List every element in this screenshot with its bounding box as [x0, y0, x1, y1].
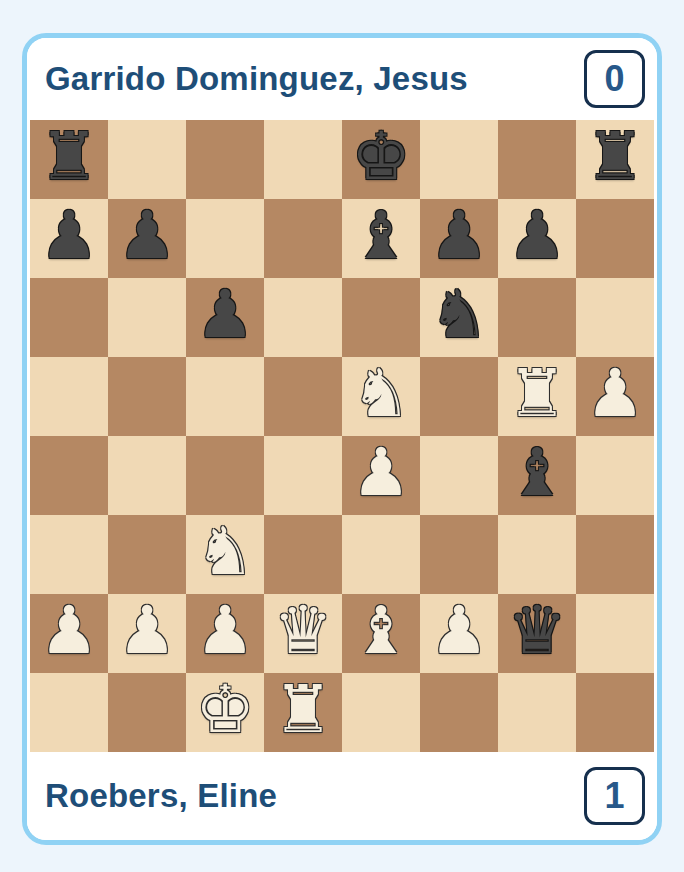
square-d5[interactable] — [264, 357, 342, 436]
white-pawn-a2[interactable]: ♟ — [39, 598, 98, 664]
square-e1[interactable] — [342, 673, 420, 752]
black-pawn-b7[interactable]: ♟ — [117, 203, 176, 269]
white-pawn-f2[interactable]: ♟ — [429, 598, 488, 664]
square-d8[interactable] — [264, 120, 342, 199]
square-e4[interactable]: ♟ — [342, 436, 420, 515]
top-player-name: Garrido Dominguez, Jesus — [45, 60, 468, 98]
black-pawn-c6[interactable]: ♟ — [195, 282, 254, 348]
square-c6[interactable]: ♟ — [186, 278, 264, 357]
square-e7[interactable]: ♝ — [342, 199, 420, 278]
black-pawn-a7[interactable]: ♟ — [39, 203, 98, 269]
square-d4[interactable] — [264, 436, 342, 515]
square-f3[interactable] — [420, 515, 498, 594]
square-d7[interactable] — [264, 199, 342, 278]
square-a8[interactable]: ♜ — [30, 120, 108, 199]
square-a7[interactable]: ♟ — [30, 199, 108, 278]
square-f8[interactable] — [420, 120, 498, 199]
square-b5[interactable] — [108, 357, 186, 436]
square-e5[interactable]: ♞ — [342, 357, 420, 436]
chess-board: ♜♚♜♟♟♝♟♟♟♞♞♜♟♟♝♞♟♟♟♛♝♟♛♚♜ — [30, 120, 654, 752]
square-c1[interactable]: ♚ — [186, 673, 264, 752]
square-e6[interactable] — [342, 278, 420, 357]
square-c3[interactable]: ♞ — [186, 515, 264, 594]
square-g7[interactable]: ♟ — [498, 199, 576, 278]
square-b1[interactable] — [108, 673, 186, 752]
square-c7[interactable] — [186, 199, 264, 278]
square-b6[interactable] — [108, 278, 186, 357]
black-king-e8[interactable]: ♚ — [351, 124, 410, 190]
white-rook-d1[interactable]: ♜ — [273, 677, 332, 743]
top-player-bar: Garrido Dominguez, Jesus 0 — [27, 38, 657, 120]
page: Garrido Dominguez, Jesus 0 ♜♚♜♟♟♝♟♟♟♞♞♜♟… — [0, 0, 684, 872]
white-pawn-e4[interactable]: ♟ — [351, 440, 410, 506]
square-f4[interactable] — [420, 436, 498, 515]
white-pawn-h5[interactable]: ♟ — [585, 361, 644, 427]
square-h8[interactable]: ♜ — [576, 120, 654, 199]
square-e2[interactable]: ♝ — [342, 594, 420, 673]
square-a3[interactable] — [30, 515, 108, 594]
square-f1[interactable] — [420, 673, 498, 752]
square-h3[interactable] — [576, 515, 654, 594]
square-c5[interactable] — [186, 357, 264, 436]
square-e8[interactable]: ♚ — [342, 120, 420, 199]
square-b7[interactable]: ♟ — [108, 199, 186, 278]
black-rook-h8[interactable]: ♜ — [585, 124, 644, 190]
white-pawn-b2[interactable]: ♟ — [117, 598, 176, 664]
square-b2[interactable]: ♟ — [108, 594, 186, 673]
top-player-score: 0 — [584, 50, 645, 108]
square-h2[interactable] — [576, 594, 654, 673]
square-g5[interactable]: ♜ — [498, 357, 576, 436]
white-pawn-c2[interactable]: ♟ — [195, 598, 254, 664]
square-b4[interactable] — [108, 436, 186, 515]
bottom-player-score: 1 — [584, 767, 645, 825]
square-f7[interactable]: ♟ — [420, 199, 498, 278]
white-knight-e5[interactable]: ♞ — [351, 361, 410, 427]
square-g3[interactable] — [498, 515, 576, 594]
white-bishop-e2[interactable]: ♝ — [351, 598, 410, 664]
black-knight-f6[interactable]: ♞ — [429, 282, 488, 348]
square-a1[interactable] — [30, 673, 108, 752]
square-h4[interactable] — [576, 436, 654, 515]
square-d3[interactable] — [264, 515, 342, 594]
bottom-player-bar: Roebers, Eline 1 — [27, 752, 657, 840]
white-king-c1[interactable]: ♚ — [195, 677, 254, 743]
square-f6[interactable]: ♞ — [420, 278, 498, 357]
black-bishop-g4[interactable]: ♝ — [507, 440, 566, 506]
black-pawn-f7[interactable]: ♟ — [429, 203, 488, 269]
square-c4[interactable] — [186, 436, 264, 515]
square-a5[interactable] — [30, 357, 108, 436]
black-queen-g2[interactable]: ♛ — [507, 598, 566, 664]
game-card: Garrido Dominguez, Jesus 0 ♜♚♜♟♟♝♟♟♟♞♞♜♟… — [22, 33, 662, 845]
square-h6[interactable] — [576, 278, 654, 357]
black-pawn-g7[interactable]: ♟ — [507, 203, 566, 269]
square-a6[interactable] — [30, 278, 108, 357]
bottom-player-name: Roebers, Eline — [45, 777, 277, 815]
square-d1[interactable]: ♜ — [264, 673, 342, 752]
square-h5[interactable]: ♟ — [576, 357, 654, 436]
white-rook-g5[interactable]: ♜ — [507, 361, 566, 427]
square-g6[interactable] — [498, 278, 576, 357]
square-f2[interactable]: ♟ — [420, 594, 498, 673]
square-g2[interactable]: ♛ — [498, 594, 576, 673]
black-bishop-e7[interactable]: ♝ — [351, 203, 410, 269]
square-g8[interactable] — [498, 120, 576, 199]
square-b8[interactable] — [108, 120, 186, 199]
square-d2[interactable]: ♛ — [264, 594, 342, 673]
square-h7[interactable] — [576, 199, 654, 278]
square-c2[interactable]: ♟ — [186, 594, 264, 673]
white-queen-d2[interactable]: ♛ — [273, 598, 332, 664]
square-e3[interactable] — [342, 515, 420, 594]
square-b3[interactable] — [108, 515, 186, 594]
square-d6[interactable] — [264, 278, 342, 357]
square-g4[interactable]: ♝ — [498, 436, 576, 515]
square-a4[interactable] — [30, 436, 108, 515]
square-a2[interactable]: ♟ — [30, 594, 108, 673]
square-f5[interactable] — [420, 357, 498, 436]
square-g1[interactable] — [498, 673, 576, 752]
square-c8[interactable] — [186, 120, 264, 199]
white-knight-c3[interactable]: ♞ — [195, 519, 254, 585]
black-rook-a8[interactable]: ♜ — [39, 124, 98, 190]
square-h1[interactable] — [576, 673, 654, 752]
